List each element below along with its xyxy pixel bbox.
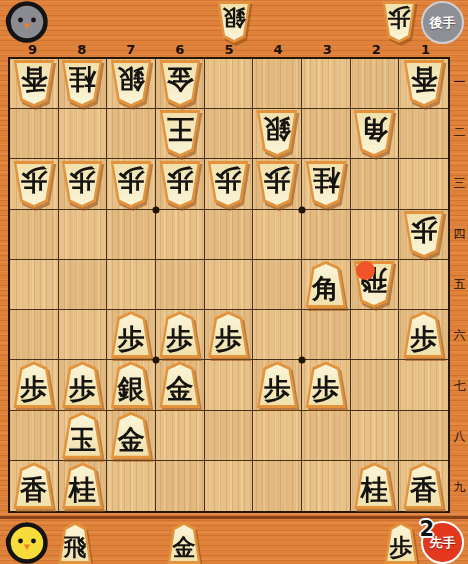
sente-hand-bar: 飛金歩2 先手 [0, 516, 468, 564]
piece-shape: 飛 [57, 522, 93, 564]
rank-label-2: 二 [451, 108, 468, 159]
square-3五[interactable]: 角 [302, 260, 351, 310]
square-3二[interactable] [302, 109, 351, 159]
square-8五[interactable] [59, 260, 108, 310]
file-label-5: 5 [204, 43, 253, 57]
piece-kanji: 香 [402, 470, 446, 509]
piece-shape: 桂 [304, 161, 348, 208]
square-7六[interactable]: 歩 [107, 310, 156, 360]
piece-kanji: 歩 [206, 161, 250, 200]
piece-gote[interactable]: 歩 [60, 161, 104, 208]
piece-sente[interactable]: 角 [304, 261, 348, 308]
piece-shape: 香 [12, 60, 56, 107]
square-1五[interactable] [399, 260, 448, 310]
square-2六[interactable] [351, 310, 400, 360]
piece-shape: 銀 [255, 110, 299, 157]
square-7三[interactable]: 歩 [107, 159, 156, 209]
file-label-4: 4 [254, 43, 303, 57]
square-3七[interactable]: 歩 [302, 360, 351, 410]
rank-label-6: 六 [451, 310, 468, 361]
piece-kanji: 金 [166, 529, 202, 564]
piece-kanji: 歩 [402, 211, 446, 250]
piece-kanji: 歩 [12, 369, 56, 408]
piece-kanji: 歩 [255, 161, 299, 200]
square-3四[interactable] [302, 210, 351, 260]
piece-sente[interactable]: 香 [402, 462, 446, 509]
piece-sente[interactable]: 桂 [60, 462, 104, 509]
square-8九[interactable]: 桂 [59, 461, 108, 511]
piece-shape: 歩 [255, 361, 299, 408]
piece-shape: 金 [166, 522, 202, 564]
file-labels: 987654321 [8, 43, 450, 57]
piece-shape: 銀 [216, 1, 252, 43]
piece-sente[interactable]: 香 [12, 462, 56, 509]
square-8六[interactable] [59, 310, 108, 360]
piece-shape: 歩 [304, 361, 348, 408]
piece-sente[interactable]: 歩 [60, 361, 104, 408]
piece-shape: 歩 [158, 161, 202, 208]
square-4六[interactable] [253, 310, 302, 360]
piece-kanji: 歩 [109, 161, 153, 200]
square-5三[interactable]: 歩 [205, 159, 254, 209]
file-label-9: 9 [8, 43, 57, 57]
shogi-board: 香桂銀金香王銀角歩歩歩歩歩歩桂歩角飛歩歩歩歩歩歩銀金歩歩玉金香桂桂香 [8, 57, 450, 513]
piece-kanji: 桂 [60, 60, 104, 99]
square-2一[interactable] [351, 59, 400, 109]
piece-kanji: 香 [12, 60, 56, 99]
rank-label-9: 九 [451, 462, 468, 513]
square-7九[interactable] [107, 461, 156, 511]
square-3一[interactable] [302, 59, 351, 109]
square-9二[interactable] [10, 109, 59, 159]
piece-kanji: 歩 [158, 319, 202, 358]
piece-kanji: 銀 [109, 60, 153, 99]
square-9一[interactable]: 香 [10, 59, 59, 109]
piece-shape: 歩 [158, 311, 202, 358]
piece-kanji: 角 [304, 269, 348, 308]
square-4七[interactable]: 歩 [253, 360, 302, 410]
square-7七[interactable]: 銀 [107, 360, 156, 410]
square-8一[interactable]: 桂 [59, 59, 108, 109]
piece-gote[interactable]: 桂 [304, 161, 348, 208]
sente-hand-金[interactable]: 金 [166, 522, 202, 564]
piece-shape: 歩 [206, 161, 250, 208]
piece-shape: 歩 [60, 361, 104, 408]
square-7二[interactable] [107, 109, 156, 159]
piece-shape: 金 [158, 60, 202, 107]
file-label-3: 3 [303, 43, 352, 57]
gote-hand-bar: 銀歩 後手 [0, 0, 468, 44]
square-8四[interactable] [59, 210, 108, 260]
piece-kanji: 歩 [60, 369, 104, 408]
piece-shape: 王 [158, 110, 202, 157]
piece-shape: 歩 [109, 161, 153, 208]
square-7五[interactable] [107, 260, 156, 310]
piece-kanji: 歩 [255, 369, 299, 408]
square-8三[interactable]: 歩 [59, 159, 108, 209]
square-9四[interactable] [10, 210, 59, 260]
square-6七[interactable]: 金 [156, 360, 205, 410]
piece-shape: 香 [402, 462, 446, 509]
piece-sente[interactable]: 金 [166, 522, 202, 564]
piece-gote[interactable]: 金 [158, 60, 202, 107]
piece-shape: 銀 [109, 60, 153, 107]
piece-kanji: 玉 [60, 420, 104, 459]
piece-kanji: 王 [158, 110, 202, 149]
piece-gote[interactable]: 香 [12, 60, 56, 107]
square-2九[interactable]: 桂 [351, 461, 400, 511]
piece-kanji: 銀 [255, 110, 299, 149]
star-point [153, 357, 160, 364]
file-label-6: 6 [155, 43, 204, 57]
square-4九[interactable] [253, 461, 302, 511]
square-3九[interactable] [302, 461, 351, 511]
piece-gote[interactable]: 歩 [381, 1, 417, 43]
piece-kanji: 飛 [57, 529, 93, 564]
square-9九[interactable]: 香 [10, 461, 59, 511]
square-2五[interactable]: 飛 [351, 260, 400, 310]
square-6一[interactable]: 金 [156, 59, 205, 109]
piece-gote[interactable]: 歩 [109, 161, 153, 208]
piece-sente[interactable]: 歩 [12, 361, 56, 408]
square-2三[interactable] [351, 159, 400, 209]
piece-kanji: 桂 [352, 470, 396, 509]
piece-shape: 歩 [402, 311, 446, 358]
square-8二[interactable] [59, 109, 108, 159]
square-2二[interactable]: 角 [351, 109, 400, 159]
square-7四[interactable] [107, 210, 156, 260]
piece-sente[interactable]: 歩 [206, 311, 250, 358]
square-4三[interactable]: 歩 [253, 159, 302, 209]
square-9七[interactable]: 歩 [10, 360, 59, 410]
piece-shape: 歩 [402, 211, 446, 258]
square-6二[interactable]: 王 [156, 109, 205, 159]
hand-count: 2 [419, 517, 434, 541]
square-9八[interactable] [10, 411, 59, 461]
piece-sente[interactable]: 桂 [352, 462, 396, 509]
square-4八[interactable] [253, 411, 302, 461]
piece-shape: 歩 [60, 161, 104, 208]
file-label-7: 7 [106, 43, 155, 57]
piece-kanji: 歩 [304, 369, 348, 408]
square-1三[interactable] [399, 159, 448, 209]
piece-kanji: 歩 [402, 319, 446, 358]
star-point [153, 206, 160, 213]
piece-kanji: 銀 [109, 369, 153, 408]
piece-gote[interactable]: 香 [402, 60, 446, 107]
piece-shape: 歩 [381, 1, 417, 43]
rank-label-4: 四 [451, 209, 468, 260]
square-6八[interactable] [156, 411, 205, 461]
piece-shape: 歩 [12, 361, 56, 408]
square-7一[interactable]: 銀 [107, 59, 156, 109]
piece-kanji: 歩 [109, 319, 153, 358]
square-9六[interactable] [10, 310, 59, 360]
square-5七[interactable] [205, 360, 254, 410]
piece-gote[interactable]: 歩 [206, 161, 250, 208]
square-5五[interactable] [205, 260, 254, 310]
square-6五[interactable] [156, 260, 205, 310]
file-label-8: 8 [57, 43, 106, 57]
piece-sente[interactable]: 玉 [60, 412, 104, 459]
rank-label-5: 五 [451, 260, 468, 311]
piece-shape: 香 [12, 462, 56, 509]
piece-gote[interactable]: 銀 [109, 60, 153, 107]
last-move-marker [356, 261, 375, 280]
piece-kanji: 金 [109, 420, 153, 459]
square-1二[interactable] [399, 109, 448, 159]
square-8八[interactable]: 玉 [59, 411, 108, 461]
piece-gote[interactable]: 王 [158, 110, 202, 157]
square-3六[interactable] [302, 310, 351, 360]
piece-kanji: 香 [12, 470, 56, 509]
file-label-1: 1 [401, 43, 450, 57]
square-5二[interactable] [205, 109, 254, 159]
piece-gote[interactable]: 歩 [158, 161, 202, 208]
piece-shape: 銀 [109, 361, 153, 408]
square-9三[interactable]: 歩 [10, 159, 59, 209]
piece-sente[interactable]: 歩 [109, 311, 153, 358]
square-5九[interactable] [205, 461, 254, 511]
piece-shape: 角 [352, 110, 396, 157]
square-4四[interactable] [253, 210, 302, 260]
square-3八[interactable] [302, 411, 351, 461]
piece-shape: 歩 [109, 311, 153, 358]
sente-avatar-yellow-chick-icon[interactable] [5, 521, 49, 564]
piece-sente[interactable]: 歩 [158, 311, 202, 358]
piece-shape: 歩 [255, 161, 299, 208]
piece-sente[interactable]: 歩 [402, 311, 446, 358]
piece-sente[interactable]: 歩 [383, 522, 419, 564]
piece-shape: 角 [304, 261, 348, 308]
piece-sente[interactable]: 銀 [109, 361, 153, 408]
piece-sente[interactable]: 金 [158, 361, 202, 408]
piece-kanji: 香 [402, 60, 446, 99]
square-1一[interactable]: 香 [399, 59, 448, 109]
piece-gote[interactable]: 銀 [216, 1, 252, 43]
square-5一[interactable] [205, 59, 254, 109]
rank-labels: 一二三四五六七八九 [451, 57, 468, 513]
piece-gote[interactable]: 銀 [255, 110, 299, 157]
square-8七[interactable]: 歩 [59, 360, 108, 410]
star-point [299, 357, 306, 364]
square-5四[interactable] [205, 210, 254, 260]
piece-kanji: 歩 [60, 161, 104, 200]
gote-hand-歩[interactable]: 歩 [381, 1, 417, 43]
piece-kanji: 桂 [60, 470, 104, 509]
square-4五[interactable] [253, 260, 302, 310]
piece-kanji: 歩 [381, 1, 417, 36]
square-7八[interactable]: 金 [107, 411, 156, 461]
square-5六[interactable]: 歩 [205, 310, 254, 360]
piece-kanji: 銀 [216, 1, 252, 36]
square-1九[interactable]: 香 [399, 461, 448, 511]
piece-shape: 桂 [352, 462, 396, 509]
square-6九[interactable] [156, 461, 205, 511]
square-2四[interactable] [351, 210, 400, 260]
piece-shape: 金 [109, 412, 153, 459]
square-6四[interactable] [156, 210, 205, 260]
piece-sente[interactable]: 歩 [255, 361, 299, 408]
piece-sente[interactable]: 飛 [57, 522, 93, 564]
file-label-2: 2 [352, 43, 401, 57]
square-3三[interactable]: 桂 [302, 159, 351, 209]
shogi-app: 銀歩 後手 987654321 香桂銀金香王銀角歩歩歩歩歩歩桂歩角飛歩歩歩歩歩歩… [0, 0, 468, 564]
piece-gote[interactable]: 歩 [255, 161, 299, 208]
piece-shape: 玉 [60, 412, 104, 459]
piece-shape: 桂 [60, 462, 104, 509]
piece-sente[interactable]: 歩 [304, 361, 348, 408]
piece-shape: 金 [158, 361, 202, 408]
square-4一[interactable] [253, 59, 302, 109]
square-1七[interactable] [399, 360, 448, 410]
square-1四[interactable]: 歩 [399, 210, 448, 260]
piece-kanji: 歩 [12, 161, 56, 200]
piece-shape: 歩 [206, 311, 250, 358]
rank-label-8: 八 [451, 412, 468, 463]
square-5八[interactable] [205, 411, 254, 461]
square-1八[interactable] [399, 411, 448, 461]
piece-kanji: 歩 [158, 161, 202, 200]
piece-kanji: 歩 [206, 319, 250, 358]
piece-kanji: 角 [352, 110, 396, 149]
piece-gote[interactable]: 角 [352, 110, 396, 157]
piece-gote[interactable]: 歩 [12, 161, 56, 208]
square-9五[interactable] [10, 260, 59, 310]
piece-kanji: 桂 [304, 161, 348, 200]
piece-shape: 歩 [12, 161, 56, 208]
square-1六[interactable]: 歩 [399, 310, 448, 360]
square-6三[interactable]: 歩 [156, 159, 205, 209]
piece-gote[interactable]: 歩 [402, 211, 446, 258]
piece-kanji: 金 [158, 60, 202, 99]
rank-label-3: 三 [451, 158, 468, 209]
sente-hand-飛[interactable]: 飛 [57, 522, 93, 564]
star-point [299, 206, 306, 213]
square-6六[interactable]: 歩 [156, 310, 205, 360]
square-4二[interactable]: 銀 [253, 109, 302, 159]
piece-sente[interactable]: 金 [109, 412, 153, 459]
piece-kanji: 金 [158, 369, 202, 408]
piece-shape: 歩 [383, 522, 419, 564]
rank-label-1: 一 [451, 57, 468, 108]
piece-shape: 香 [402, 60, 446, 107]
gote-badge: 後手 [421, 1, 464, 44]
gote-avatar-gray-chick-icon[interactable] [5, 0, 49, 44]
piece-shape: 桂 [60, 60, 104, 107]
board-grid: 香桂銀金香王銀角歩歩歩歩歩歩桂歩角飛歩歩歩歩歩歩銀金歩歩玉金香桂桂香 [10, 59, 448, 511]
sente-hand-歩[interactable]: 歩2 [383, 522, 419, 564]
square-2七[interactable] [351, 360, 400, 410]
gote-hand-銀[interactable]: 銀 [216, 1, 252, 43]
piece-kanji: 歩 [383, 529, 419, 564]
rank-label-7: 七 [451, 361, 468, 412]
square-2八[interactable] [351, 411, 400, 461]
piece-gote[interactable]: 桂 [60, 60, 104, 107]
